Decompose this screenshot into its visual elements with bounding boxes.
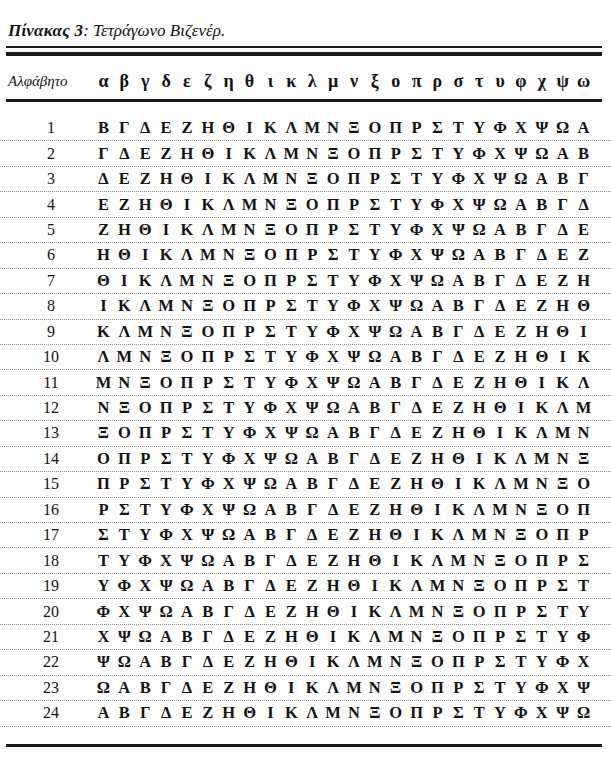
table-row: 10ΛΜΝΞΟΠΡΣΤΥΦΧΨΩΑΒΓΔΕΖΗΘΙΚ	[0, 345, 611, 370]
grid-cell: Ν	[177, 296, 198, 316]
grid-cell: Α	[135, 652, 156, 672]
grid-cell: Γ	[531, 220, 552, 240]
grid-cell: Γ	[260, 551, 281, 571]
grid-cell: Ο	[135, 398, 156, 418]
grid-cell: Ο	[93, 449, 114, 469]
grid-cell: Β	[385, 373, 406, 393]
grid-cell: Λ	[302, 703, 323, 723]
grid-cell: Ψ	[239, 474, 260, 494]
grid-cell: Γ	[385, 398, 406, 418]
grid-cell: Λ	[197, 220, 218, 240]
grid-cell: Η	[323, 576, 344, 596]
grid-cell: Ο	[469, 602, 490, 622]
grid-cell: Η	[197, 118, 218, 138]
grid-cell: Ξ	[385, 678, 406, 698]
grid-cell: Θ	[469, 423, 490, 443]
grid-cell: Χ	[490, 144, 511, 164]
grid-cell: Ω	[135, 627, 156, 647]
grid-cell: Μ	[114, 347, 135, 367]
grid-cell: Ν	[511, 500, 532, 520]
grid-cell: Ζ	[531, 296, 552, 316]
grid-cell: Δ	[177, 678, 198, 698]
grid-cell: Σ	[156, 449, 177, 469]
row-number: 3	[20, 167, 82, 191]
grid-cell: Τ	[239, 373, 260, 393]
grid-cell: Θ	[323, 602, 344, 622]
grid-cell: Ν	[281, 169, 302, 189]
grid-cell: Α	[511, 195, 532, 215]
grid-cell: Τ	[364, 220, 385, 240]
grid-cell: Ε	[197, 678, 218, 698]
grid-cell: Π	[344, 169, 365, 189]
grid-cell: Γ	[197, 627, 218, 647]
grid-cell: Π	[364, 144, 385, 164]
grid-cell: Π	[427, 678, 448, 698]
grid-cell: Ι	[364, 576, 385, 596]
grid-cell: Μ	[218, 220, 239, 240]
grid-cell: Χ	[114, 602, 135, 622]
grid-cell: Φ	[239, 423, 260, 443]
grid-cell: Γ	[177, 652, 198, 672]
grid-cell: Ζ	[364, 500, 385, 520]
grid-cell: Ω	[93, 678, 114, 698]
vigenere-table-page: Πίνακας 3: Τετράγωνο Βιζενέρ. Αλφάβητο α…	[0, 0, 611, 761]
grid-cell: Ω	[114, 652, 135, 672]
grid-cell: Σ	[281, 296, 302, 316]
grid-cell: Τ	[93, 551, 114, 571]
grid-cell: Ε	[573, 220, 594, 240]
table-row: 21ΧΨΩΑΒΓΔΕΖΗΘΙΚΛΜΝΞΟΠΡΣΤΥΦ	[0, 625, 611, 650]
grid-cell: Γ	[573, 169, 594, 189]
grid-cell: Φ	[218, 449, 239, 469]
grid-cell: Δ	[197, 652, 218, 672]
grid-cell: Β	[323, 449, 344, 469]
grid-cell: Ζ	[406, 449, 427, 469]
grid-cell: Θ	[385, 525, 406, 545]
grid-cell: Β	[281, 500, 302, 520]
grid-cell: Ν	[427, 602, 448, 622]
grid-cell: Ζ	[135, 169, 156, 189]
row-number: 1	[20, 116, 82, 140]
grid-cell: Β	[260, 525, 281, 545]
grid-cell: Β	[573, 144, 594, 164]
grid-cell: Α	[260, 500, 281, 520]
grid-cell: Α	[427, 296, 448, 316]
grid-cell: Θ	[177, 169, 198, 189]
row-number: 4	[20, 192, 82, 216]
row-letters: ΠΡΣΤΥΦΧΨΩΑΒΓΔΕΖΗΘΙΚΛΜΝΞΟ	[93, 472, 594, 496]
grid-cell: Η	[218, 703, 239, 723]
grid-cell: Ξ	[406, 652, 427, 672]
table-row: 1ΒΓΔΕΖΗΘΙΚΛΜΝΞΟΠΡΣΤΥΦΧΨΩΑ	[0, 116, 611, 141]
grid-cell: Χ	[177, 525, 198, 545]
grid-cell: Μ	[281, 144, 302, 164]
row-number: 14	[20, 447, 82, 471]
grid-cell: Μ	[552, 423, 573, 443]
grid-cell: Υ	[448, 144, 469, 164]
grid-cell: Χ	[469, 169, 490, 189]
grid-cell: Α	[469, 245, 490, 265]
grid-cell: Π	[218, 322, 239, 342]
grid-cell: Ω	[573, 703, 594, 723]
grid-cell: Χ	[302, 373, 323, 393]
grid-cell: Χ	[511, 118, 532, 138]
grid-cell: Γ	[114, 118, 135, 138]
grid-cell: Υ	[197, 449, 218, 469]
row-letters: ΡΣΤΥΦΧΨΩΑΒΓΔΕΖΗΘΙΚΛΜΝΞΟΠ	[93, 498, 594, 522]
grid-cell: Σ	[197, 398, 218, 418]
grid-cell: Μ	[511, 474, 532, 494]
grid-cell: Ξ	[427, 627, 448, 647]
grid-cell: Η	[364, 525, 385, 545]
alphabet-letter: κ	[281, 71, 302, 92]
grid-cell: Β	[218, 576, 239, 596]
grid-cell: Τ	[156, 474, 177, 494]
grid-cell: Π	[531, 551, 552, 571]
grid-cell: Ν	[448, 576, 469, 596]
grid-cell: Κ	[469, 474, 490, 494]
grid-cell: Π	[114, 449, 135, 469]
grid-cell: Ρ	[448, 678, 469, 698]
grid-cell: Χ	[218, 474, 239, 494]
grid-cell: Γ	[239, 576, 260, 596]
grid-cell: Σ	[448, 703, 469, 723]
grid-cell: Ν	[573, 423, 594, 443]
grid-cell: Υ	[218, 423, 239, 443]
grid-cell: Π	[448, 652, 469, 672]
grid-cell: Λ	[93, 347, 114, 367]
grid-cell: Μ	[364, 652, 385, 672]
grid-cell: Λ	[156, 271, 177, 291]
grid-cell: Θ	[197, 144, 218, 164]
grid-cell: Η	[573, 271, 594, 291]
row-letters: ΨΩΑΒΓΔΕΖΗΘΙΚΛΜΝΞΟΠΡΣΤΥΦΧ	[93, 650, 594, 674]
row-number: 18	[20, 548, 82, 572]
grid-cell: Ζ	[218, 678, 239, 698]
grid-cell: Κ	[531, 398, 552, 418]
grid-cell: Ι	[469, 449, 490, 469]
grid-cell: Ι	[281, 678, 302, 698]
grid-cell: Ξ	[469, 576, 490, 596]
grid-cell: Φ	[197, 474, 218, 494]
grid-cell: Α	[177, 602, 198, 622]
grid-cell: Α	[197, 576, 218, 596]
grid-cell: Γ	[490, 271, 511, 291]
grid-cell: Ψ	[323, 373, 344, 393]
grid-cell: Ε	[427, 398, 448, 418]
grid-cell: Κ	[302, 678, 323, 698]
grid-cell: Ν	[218, 245, 239, 265]
alphabet-letter: τ	[469, 71, 490, 92]
grid-cell: Β	[552, 169, 573, 189]
grid-cell: Κ	[197, 195, 218, 215]
grid-cell: Ε	[490, 322, 511, 342]
grid-cell: Φ	[302, 347, 323, 367]
grid-cell: Ι	[427, 500, 448, 520]
grid-cell: Ξ	[344, 118, 365, 138]
grid-cell: Κ	[448, 500, 469, 520]
table-row: 11ΜΝΞΟΠΡΣΤΥΦΧΨΩΑΒΓΔΕΖΗΘΙΚΛ	[0, 370, 611, 395]
grid-cell: Λ	[344, 652, 365, 672]
grid-cell: Θ	[344, 576, 365, 596]
grid-cell: Ο	[448, 627, 469, 647]
grid-cell: Ω	[302, 423, 323, 443]
grid-cell: Ι	[511, 398, 532, 418]
row-letters: ΝΞΟΠΡΣΤΥΦΧΨΩΑΒΓΔΕΖΗΘΙΚΛΜ	[93, 396, 594, 420]
grid-cell: Ι	[114, 271, 135, 291]
header-rule	[6, 99, 602, 102]
grid-cell: Χ	[573, 652, 594, 672]
alphabet-letter: η	[218, 71, 239, 92]
grid-cell: Ψ	[406, 271, 427, 291]
grid-cell: Ψ	[156, 576, 177, 596]
grid-cell: Π	[197, 347, 218, 367]
grid-cell: Μ	[93, 373, 114, 393]
grid-cell: Γ	[135, 703, 156, 723]
grid-cell: Ι	[218, 144, 239, 164]
row-letters: ΤΥΦΧΨΩΑΒΓΔΕΖΗΘΙΚΛΜΝΞΟΠΡΣ	[93, 548, 594, 572]
grid-cell: Ι	[344, 602, 365, 622]
grid-cell: Ω	[448, 245, 469, 265]
grid-cell: Ξ	[573, 449, 594, 469]
bottom-rule	[6, 744, 602, 747]
grid-cell: Τ	[469, 703, 490, 723]
grid-cell: Μ	[406, 602, 427, 622]
grid-cell: Δ	[239, 602, 260, 622]
grid-cell: Ψ	[135, 602, 156, 622]
row-number: 21	[20, 625, 82, 649]
grid-cell: Ρ	[427, 703, 448, 723]
grid-cell: Φ	[469, 144, 490, 164]
grid-cell: Ρ	[197, 373, 218, 393]
grid-cell: Λ	[448, 525, 469, 545]
grid-cell: Ω	[323, 398, 344, 418]
grid-cell: Ω	[156, 602, 177, 622]
grid-cell: Κ	[260, 118, 281, 138]
row-letters: ΥΦΧΨΩΑΒΓΔΕΖΗΘΙΚΛΜΝΞΟΠΡΣΤ	[93, 574, 594, 598]
table-caption-number: Πίνακας 3	[8, 21, 83, 40]
grid-cell: Σ	[427, 118, 448, 138]
grid-cell: Ρ	[552, 551, 573, 571]
grid-cell: Ο	[490, 576, 511, 596]
row-number: 7	[20, 269, 82, 293]
grid-cell: Α	[281, 474, 302, 494]
grid-cell: Ω	[531, 144, 552, 164]
grid-cell: Ξ	[93, 423, 114, 443]
grid-cell: Ξ	[552, 474, 573, 494]
grid-cell: Μ	[239, 195, 260, 215]
grid-cell: Σ	[177, 423, 198, 443]
grid-cell: Ω	[281, 449, 302, 469]
grid-cell: Ο	[573, 474, 594, 494]
grid-cell: Ρ	[344, 195, 365, 215]
grid-cell: Χ	[344, 322, 365, 342]
grid-cell: Ο	[239, 271, 260, 291]
grid-cell: Ν	[114, 373, 135, 393]
grid-cell: Η	[531, 322, 552, 342]
grid-cell: Δ	[135, 118, 156, 138]
grid-cell: Ψ	[511, 144, 532, 164]
grid-cell: Τ	[531, 627, 552, 647]
grid-cell: Δ	[406, 398, 427, 418]
grid-cell: Ψ	[218, 500, 239, 520]
grid-cell: Ψ	[114, 627, 135, 647]
grid-cell: Δ	[302, 525, 323, 545]
grid-cell: Ω	[469, 220, 490, 240]
grid-cell: Σ	[385, 169, 406, 189]
table-row: 17ΣΤΥΦΧΨΩΑΒΓΔΕΖΗΘΙΚΛΜΝΞΟΠΡ	[0, 523, 611, 548]
grid-cell: Ο	[177, 347, 198, 367]
grid-cell: Μ	[260, 169, 281, 189]
grid-cell: Φ	[364, 271, 385, 291]
grid-cell: Ξ	[302, 169, 323, 189]
grid-cell: Σ	[260, 322, 281, 342]
row-number: 20	[20, 599, 82, 623]
grid-cell: Ξ	[156, 347, 177, 367]
grid-cell: Κ	[114, 296, 135, 316]
grid-cell: Υ	[239, 398, 260, 418]
grid-cell: Χ	[323, 347, 344, 367]
grid-cell: Η	[385, 500, 406, 520]
grid-cell: Ρ	[406, 118, 427, 138]
grid-cell: Μ	[448, 551, 469, 571]
grid-cell: Β	[364, 398, 385, 418]
grid-cell: Χ	[448, 195, 469, 215]
grid-cell: Τ	[197, 423, 218, 443]
alphabet-letter: σ	[448, 71, 469, 92]
grid-cell: Γ	[364, 423, 385, 443]
grid-cell: Σ	[302, 271, 323, 291]
grid-cell: Θ	[573, 296, 594, 316]
alphabet-letter: ω	[573, 71, 594, 92]
grid-cell: Χ	[197, 500, 218, 520]
table-row: 15ΠΡΣΤΥΦΧΨΩΑΒΓΔΕΖΗΘΙΚΛΜΝΞΟ	[0, 472, 611, 497]
grid-cell: Θ	[302, 627, 323, 647]
grid-cell: Ξ	[448, 602, 469, 622]
grid-cell: Ε	[218, 652, 239, 672]
grid-cell: Σ	[573, 551, 594, 571]
grid-cell: Ι	[177, 195, 198, 215]
grid-cell: Ξ	[114, 398, 135, 418]
grid-cell: Ρ	[573, 525, 594, 545]
grid-cell: Ψ	[385, 296, 406, 316]
table-row: 5ΖΗΘΙΚΛΜΝΞΟΠΡΣΤΥΦΧΨΩΑΒΓΔΕ	[0, 218, 611, 243]
grid-cell: Δ	[573, 195, 594, 215]
grid-cell: Π	[469, 627, 490, 647]
grid-cell: Α	[114, 678, 135, 698]
grid-cell: Υ	[385, 220, 406, 240]
grid-cell: Ξ	[177, 322, 198, 342]
grid-cell: Κ	[93, 322, 114, 342]
grid-cell: Λ	[239, 169, 260, 189]
grid-cell: Μ	[344, 678, 365, 698]
grid-cell: Θ	[218, 118, 239, 138]
grid-cell: Ε	[364, 474, 385, 494]
grid-cell: Φ	[281, 373, 302, 393]
row-number: 12	[20, 396, 82, 420]
grid-cell: Β	[427, 322, 448, 342]
alphabet-header-row: Αλφάβητο αβγδεζηθικλμνξοπρστυφχψω	[0, 64, 611, 98]
grid-cell: Υ	[156, 500, 177, 520]
grid-cell: Ο	[281, 220, 302, 240]
grid-cell: Ψ	[344, 347, 365, 367]
grid-cell: Η	[406, 474, 427, 494]
grid-cell: Υ	[427, 169, 448, 189]
alphabet-letter: α	[93, 71, 114, 92]
grid-cell: Α	[239, 525, 260, 545]
grid-cell: Δ	[281, 551, 302, 571]
row-number: 9	[20, 320, 82, 344]
grid-cell: Φ	[490, 118, 511, 138]
grid-cell: Ψ	[552, 703, 573, 723]
grid-cell: Κ	[218, 169, 239, 189]
alphabet-letter: ψ	[552, 71, 573, 92]
grid-cell: Π	[93, 474, 114, 494]
alphabet-letter: θ	[239, 71, 260, 92]
grid-cell: Ν	[531, 474, 552, 494]
grid-cell: Ψ	[260, 449, 281, 469]
grid-cell: Ν	[302, 144, 323, 164]
grid-cell: Σ	[135, 474, 156, 494]
grid-cell: Ι	[156, 220, 177, 240]
grid-cell: Θ	[511, 373, 532, 393]
grid-cell: Ν	[260, 195, 281, 215]
grid-cell: Ψ	[281, 423, 302, 443]
grid-cell: Π	[281, 245, 302, 265]
grid-cell: Ι	[197, 169, 218, 189]
grid-cell: Α	[490, 220, 511, 240]
table-row: 22ΨΩΑΒΓΔΕΖΗΘΙΚΛΜΝΞΟΠΡΣΤΥΦΧ	[0, 650, 611, 675]
grid-cell: Υ	[573, 602, 594, 622]
grid-cell: Χ	[531, 703, 552, 723]
grid-cell: Ι	[385, 551, 406, 571]
grid-cell: Α	[93, 703, 114, 723]
alphabet-letter: ν	[344, 71, 365, 92]
grid-cell: Κ	[385, 576, 406, 596]
table-row: 19ΥΦΧΨΩΑΒΓΔΕΖΗΘΙΚΛΜΝΞΟΠΡΣΤ	[0, 574, 611, 599]
grid-cell: Τ	[177, 449, 198, 469]
grid-cell: Β	[114, 703, 135, 723]
grid-cell: Ζ	[93, 220, 114, 240]
grid-cell: Η	[552, 296, 573, 316]
grid-cell: Ε	[156, 118, 177, 138]
grid-cell: Ι	[552, 347, 573, 367]
grid-cell: Σ	[323, 245, 344, 265]
grid-cell: Α	[364, 373, 385, 393]
table-row: 4ΕΖΗΘΙΚΛΜΝΞΟΠΡΣΤΥΦΧΨΩΑΒΓΔ	[0, 192, 611, 217]
row-letters: ΑΒΓΔΕΖΗΘΙΚΛΜΝΞΟΠΡΣΤΥΦΧΨΩ	[93, 701, 594, 725]
table-row: 13ΞΟΠΡΣΤΥΦΧΨΩΑΒΓΔΕΖΗΘΙΚΛΜΝ	[0, 421, 611, 446]
grid-cell: Γ	[552, 195, 573, 215]
grid-cell: Β	[344, 423, 365, 443]
grid-cell: Ε	[552, 245, 573, 265]
grid-cell: Δ	[156, 703, 177, 723]
grid-cell: Ν	[364, 678, 385, 698]
alphabet-letter: γ	[135, 71, 156, 92]
grid-cell: Λ	[281, 118, 302, 138]
row-letters: ΟΠΡΣΤΥΦΧΨΩΑΒΓΔΕΖΗΘΙΚΛΜΝΞ	[93, 447, 594, 471]
grid-cell: Δ	[385, 423, 406, 443]
grid-cell: Χ	[385, 271, 406, 291]
grid-cell: Ω	[490, 195, 511, 215]
grid-cell: Τ	[552, 602, 573, 622]
grid-cell: Ψ	[177, 551, 198, 571]
grid-cell: Β	[135, 678, 156, 698]
table-row: 12ΝΞΟΠΡΣΤΥΦΧΨΩΑΒΓΔΕΖΗΘΙΚΛΜ	[0, 396, 611, 421]
grid-cell: Υ	[364, 245, 385, 265]
grid-cell: Ε	[385, 449, 406, 469]
grid-cell: Λ	[260, 144, 281, 164]
